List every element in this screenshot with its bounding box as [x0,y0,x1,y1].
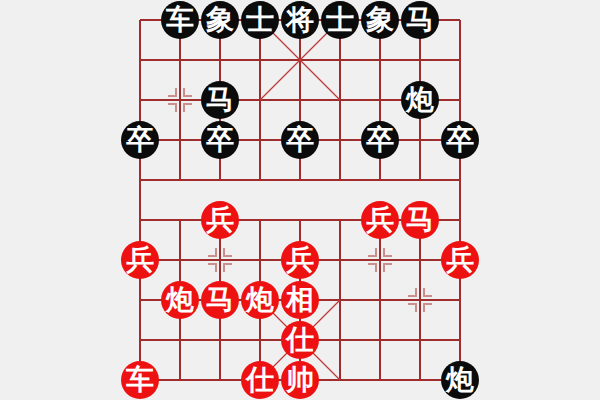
piece-red-soldier[interactable]: 兵 [281,241,319,279]
piece-black-soldier[interactable]: 卒 [201,121,239,159]
piece-red-soldier[interactable]: 兵 [441,241,479,279]
piece-red-horse[interactable]: 马 [201,281,239,319]
piece-black-elephant[interactable]: 象 [361,1,399,39]
piece-black-soldier[interactable]: 卒 [281,121,319,159]
piece-black-elephant[interactable]: 象 [201,1,239,39]
piece-black-advisor[interactable]: 士 [241,1,279,39]
piece-red-cannon[interactable]: 炮 [241,281,279,319]
piece-black-cannon[interactable]: 炮 [401,81,439,119]
piece-black-horse[interactable]: 马 [401,1,439,39]
piece-black-cannon[interactable]: 炮 [441,361,479,399]
piece-red-chariot[interactable]: 车 [121,361,159,399]
piece-red-elephant[interactable]: 相 [281,281,319,319]
piece-red-horse[interactable]: 马 [401,201,439,239]
piece-red-advisor[interactable]: 仕 [241,361,279,399]
piece-red-soldier[interactable]: 兵 [121,241,159,279]
piece-black-soldier[interactable]: 卒 [121,121,159,159]
piece-black-soldier[interactable]: 卒 [441,121,479,159]
piece-black-advisor[interactable]: 士 [321,1,359,39]
piece-red-cannon[interactable]: 炮 [161,281,199,319]
piece-red-soldier[interactable]: 兵 [201,201,239,239]
piece-black-general[interactable]: 将 [281,1,319,39]
xiangqi-app: 车象士将士象马马炮卒卒卒卒卒炮兵兵马兵兵兵炮马炮相仕车仕帅 [0,0,600,400]
piece-red-soldier[interactable]: 兵 [361,201,399,239]
piece-black-soldier[interactable]: 卒 [361,121,399,159]
piece-black-horse[interactable]: 马 [201,81,239,119]
piece-black-chariot[interactable]: 车 [161,1,199,39]
piece-red-advisor[interactable]: 仕 [281,321,319,359]
piece-red-general[interactable]: 帅 [281,361,319,399]
